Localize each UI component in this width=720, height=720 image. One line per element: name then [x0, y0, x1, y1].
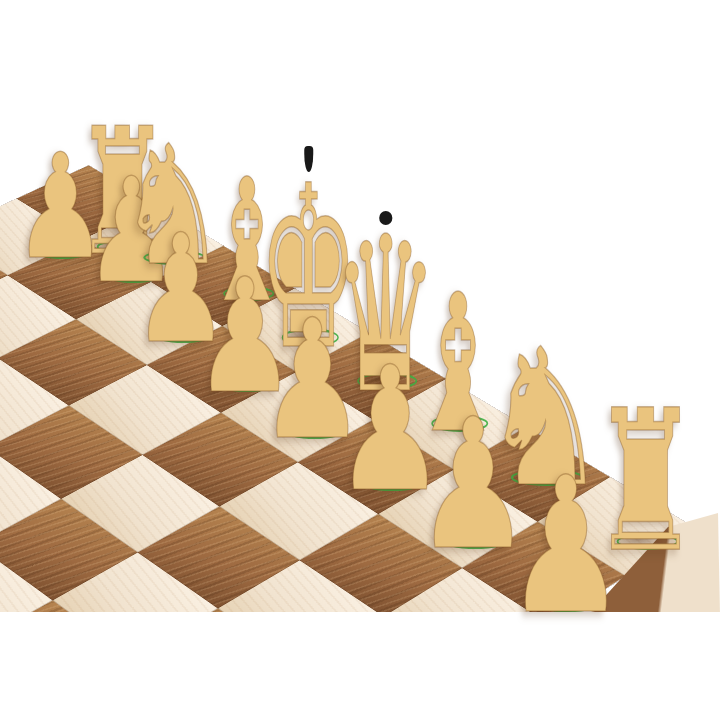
chess-set-photo: ♜♟♟♞♝♟♚♟♛♝♟♟♞♟♜♟	[0, 0, 720, 720]
photo-crop-mask	[0, 612, 720, 720]
